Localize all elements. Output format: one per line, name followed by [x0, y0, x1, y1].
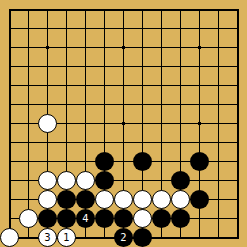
- black-stone: [95, 171, 114, 190]
- star-point: [198, 46, 201, 49]
- white-stone: [76, 171, 95, 190]
- grid-line-vertical: [28, 9, 29, 239]
- grid-line-vertical: [237, 9, 239, 239]
- star-point: [122, 122, 125, 125]
- white-stone: [38, 114, 57, 133]
- star-point: [198, 122, 201, 125]
- move-number-label: 2: [120, 233, 126, 243]
- black-stone: [152, 209, 171, 228]
- white-stone: [171, 190, 190, 209]
- white-stone: [38, 171, 57, 190]
- grid-line-horizontal: [9, 9, 239, 11]
- black-stone: [57, 209, 76, 228]
- white-stone: 3: [38, 228, 57, 247]
- black-stone: 2: [114, 228, 133, 247]
- white-stone: [133, 209, 152, 228]
- star-point: [46, 46, 49, 49]
- grid-line-horizontal: [9, 85, 239, 86]
- black-stone: [190, 190, 209, 209]
- black-stone: 4: [76, 209, 95, 228]
- black-stone: [171, 209, 190, 228]
- white-stone: [57, 171, 76, 190]
- white-stone: [0, 228, 19, 247]
- white-stone: [152, 190, 171, 209]
- white-stone: [95, 190, 114, 209]
- star-point: [122, 46, 125, 49]
- white-stone: [19, 209, 38, 228]
- white-stone: 1: [57, 228, 76, 247]
- white-stone: [114, 190, 133, 209]
- grid-line-vertical: [9, 9, 11, 239]
- black-stone: [171, 171, 190, 190]
- grid-line-horizontal: [9, 28, 239, 29]
- black-stone: [133, 228, 152, 247]
- black-stone: [114, 209, 133, 228]
- grid-line-horizontal: [9, 104, 239, 105]
- black-stone: [190, 152, 209, 171]
- black-stone: [76, 190, 95, 209]
- move-number-label: 1: [63, 233, 69, 243]
- black-stone: [133, 152, 152, 171]
- go-board-diagram: 4312: [0, 0, 247, 247]
- move-number-label: 4: [82, 214, 88, 224]
- grid-line-horizontal: [9, 142, 239, 143]
- black-stone: [95, 209, 114, 228]
- white-stone: [38, 190, 57, 209]
- black-stone: [38, 209, 57, 228]
- go-board: 4312: [0, 0, 247, 247]
- grid-line-horizontal: [9, 66, 239, 67]
- move-number-label: 3: [44, 233, 50, 243]
- black-stone: [95, 152, 114, 171]
- black-stone: [57, 190, 76, 209]
- grid-line-vertical: [218, 9, 219, 239]
- white-stone: [133, 190, 152, 209]
